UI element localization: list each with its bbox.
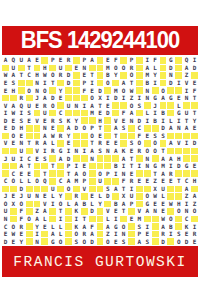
- letter-cell: V: [2, 102, 9, 109]
- letter-cell: G: [152, 95, 159, 102]
- letter-cell: D: [73, 125, 80, 132]
- letter-cell: N: [183, 95, 190, 102]
- block-cell: [175, 72, 182, 79]
- letter-cell: I: [41, 148, 48, 155]
- letter-cell: D: [97, 87, 104, 94]
- block-cell: [73, 140, 80, 147]
- letter-cell: A: [167, 140, 174, 147]
- block-cell: [144, 186, 151, 193]
- letter-cell: S: [73, 238, 80, 245]
- letter-cell: U: [97, 178, 104, 185]
- letter-cell: N: [144, 87, 151, 94]
- block-cell: [89, 65, 96, 72]
- letter-cell: F: [89, 223, 96, 230]
- block-cell: [81, 193, 88, 200]
- block-cell: [128, 231, 135, 238]
- letter-cell: S: [144, 238, 151, 245]
- block-cell: [136, 80, 143, 87]
- letter-cell: E: [26, 170, 33, 177]
- block-cell: [152, 87, 159, 94]
- letter-cell: D: [18, 186, 25, 193]
- letter-cell: T: [128, 163, 135, 170]
- letter-cell: I: [167, 163, 174, 170]
- block-cell: [191, 216, 198, 223]
- block-cell: [128, 208, 135, 215]
- letter-cell: A: [34, 216, 41, 223]
- letter-cell: L: [104, 216, 111, 223]
- letter-cell: O: [152, 140, 159, 147]
- block-cell: [65, 223, 72, 230]
- block-cell: [10, 163, 17, 170]
- letter-cell: N: [41, 125, 48, 132]
- block-cell: [167, 102, 174, 109]
- letter-cell: N: [73, 102, 80, 109]
- letter-cell: L: [57, 223, 64, 230]
- block-cell: [183, 133, 190, 140]
- block-cell: [167, 193, 174, 200]
- letter-cell: I: [120, 95, 127, 102]
- block-cell: [49, 87, 56, 94]
- block-cell: [18, 87, 25, 94]
- letter-cell: Z: [34, 208, 41, 215]
- letter-cell: O: [120, 223, 127, 230]
- letter-cell: R: [160, 231, 167, 238]
- letter-cell: L: [167, 117, 174, 124]
- block-cell: [152, 223, 159, 230]
- letter-cell: P: [65, 163, 72, 170]
- block-cell: [89, 117, 96, 124]
- letter-cell: E: [97, 133, 104, 140]
- letter-cell: E: [112, 238, 119, 245]
- letter-cell: R: [73, 193, 80, 200]
- letter-cell: F: [112, 57, 119, 64]
- letter-cell: I: [136, 163, 143, 170]
- letter-cell: D: [136, 117, 143, 124]
- block-cell: [120, 216, 127, 223]
- letter-cell: D: [65, 80, 72, 87]
- letter-cell: E: [191, 238, 198, 245]
- block-cell: [57, 170, 64, 177]
- letter-cell: Y: [34, 223, 41, 230]
- letter-cell: X: [120, 193, 127, 200]
- letter-cell: A: [10, 102, 17, 109]
- block-cell: [97, 223, 104, 230]
- block-cell: [65, 231, 72, 238]
- letter-cell: E: [128, 170, 135, 177]
- letter-cell: N: [2, 216, 9, 223]
- letter-cell: A: [89, 231, 96, 238]
- letter-cell: N: [128, 117, 135, 124]
- block-cell: [18, 80, 25, 87]
- letter-cell: F: [191, 87, 198, 94]
- letter-cell: U: [57, 65, 64, 72]
- block-cell: [128, 125, 135, 132]
- letter-cell: D: [89, 208, 96, 215]
- letter-cell: R: [34, 140, 41, 147]
- letter-cell: E: [2, 87, 9, 94]
- letter-cell: W: [10, 110, 17, 117]
- letter-cell: D: [183, 238, 190, 245]
- block-cell: [34, 186, 41, 193]
- letter-cell: T: [49, 163, 56, 170]
- letter-cell: T: [128, 80, 135, 87]
- letter-cell: L: [49, 140, 56, 147]
- letter-cell: O: [167, 216, 174, 223]
- block-cell: [152, 231, 159, 238]
- letter-cell: H: [191, 178, 198, 185]
- letter-cell: U: [18, 57, 25, 64]
- letter-cell: A: [41, 140, 48, 147]
- letter-cell: O: [120, 65, 127, 72]
- letter-cell: C: [26, 155, 33, 162]
- letter-cell: A: [183, 65, 190, 72]
- block-cell: [97, 155, 104, 162]
- letter-cell: N: [144, 155, 151, 162]
- letter-cell: L: [26, 178, 33, 185]
- letter-cell: A: [41, 133, 48, 140]
- letter-cell: U: [18, 148, 25, 155]
- letter-cell: M: [136, 216, 143, 223]
- block-cell: [104, 201, 111, 208]
- letter-cell: E: [73, 65, 80, 72]
- letter-cell: I: [57, 216, 64, 223]
- letter-cell: P: [81, 80, 88, 87]
- letter-cell: I: [167, 231, 174, 238]
- letter-cell: B: [112, 201, 119, 208]
- block-cell: [136, 87, 143, 94]
- block-cell: [57, 80, 64, 87]
- block-cell: [152, 216, 159, 223]
- block-cell: [57, 186, 64, 193]
- block-cell: [73, 186, 80, 193]
- letter-cell: S: [41, 155, 48, 162]
- letter-cell: O: [104, 80, 111, 87]
- letter-cell: S: [136, 223, 143, 230]
- letter-cell: E: [191, 80, 198, 87]
- letter-cell: V: [81, 186, 88, 193]
- letter-cell: T: [89, 72, 96, 79]
- block-cell: [144, 125, 151, 132]
- letter-cell: G: [112, 223, 119, 230]
- letter-cell: A: [73, 170, 80, 177]
- block-cell: [120, 140, 127, 147]
- letter-cell: M: [112, 87, 119, 94]
- letter-cell: G: [167, 57, 174, 64]
- letter-cell: F: [120, 178, 127, 185]
- letter-cell: A: [73, 201, 80, 208]
- letter-cell: I: [104, 95, 111, 102]
- letter-cell: T: [191, 95, 198, 102]
- block-cell: [112, 155, 119, 162]
- block-cell: [136, 170, 143, 177]
- letter-cell: E: [191, 125, 198, 132]
- letter-cell: J: [2, 155, 9, 162]
- block-cell: [81, 208, 88, 215]
- letter-cell: S: [128, 140, 135, 147]
- letter-cell: I: [2, 110, 9, 117]
- block-cell: [160, 140, 167, 147]
- block-cell: [144, 170, 151, 177]
- letter-cell: D: [89, 238, 96, 245]
- block-cell: [18, 65, 25, 72]
- letter-cell: F: [152, 57, 159, 64]
- letter-cell: Y: [65, 133, 72, 140]
- letter-cell: S: [152, 133, 159, 140]
- letter-cell: G: [57, 148, 64, 155]
- letter-cell: K: [183, 223, 190, 230]
- block-cell: [144, 140, 151, 147]
- letter-cell: N: [183, 208, 190, 215]
- letter-cell: A: [65, 125, 72, 132]
- block-cell: [10, 216, 17, 223]
- block-cell: [97, 208, 104, 215]
- letter-cell: P: [136, 231, 143, 238]
- block-cell: [136, 201, 143, 208]
- block-cell: [73, 87, 80, 94]
- block-cell: [136, 57, 143, 64]
- letter-cell: E: [41, 117, 48, 124]
- letter-cell: W: [128, 87, 135, 94]
- letter-cell: O: [97, 170, 104, 177]
- letter-cell: A: [191, 193, 198, 200]
- book-cover: { "game": "crossword-style word-fill puz…: [0, 0, 200, 300]
- block-cell: [10, 208, 17, 215]
- letter-cell: I: [81, 102, 88, 109]
- block-cell: [89, 216, 96, 223]
- letter-cell: N: [144, 95, 151, 102]
- letter-cell: O: [49, 72, 56, 79]
- block-cell: [160, 65, 167, 72]
- letter-cell: G: [167, 95, 174, 102]
- letter-cell: H: [41, 65, 48, 72]
- letter-cell: D: [104, 110, 111, 117]
- letter-cell: G: [183, 163, 190, 170]
- letter-cell: O: [10, 133, 17, 140]
- letter-cell: K: [73, 223, 80, 230]
- letter-cell: I: [183, 140, 190, 147]
- letter-cell: I: [49, 201, 56, 208]
- letter-cell: N: [18, 140, 25, 147]
- letter-cell: T: [128, 155, 135, 162]
- block-cell: [152, 238, 159, 245]
- block-cell: [81, 155, 88, 162]
- letter-cell: X: [97, 95, 104, 102]
- block-cell: [34, 170, 41, 177]
- letter-cell: I: [112, 231, 119, 238]
- block-cell: [26, 95, 33, 102]
- block-cell: [167, 148, 174, 155]
- block-cell: [73, 155, 80, 162]
- block-cell: [2, 95, 9, 102]
- block-cell: [89, 170, 96, 177]
- letter-cell: Q: [18, 102, 25, 109]
- letter-cell: A: [160, 155, 167, 162]
- letter-cell: I: [128, 186, 135, 193]
- letter-cell: I: [18, 110, 25, 117]
- letter-cell: E: [112, 208, 119, 215]
- letter-cell: I: [175, 80, 182, 87]
- letter-cell: O: [81, 238, 88, 245]
- block-cell: [152, 155, 159, 162]
- letter-cell: S: [57, 117, 64, 124]
- letter-cell: V: [104, 208, 111, 215]
- block-cell: [26, 231, 33, 238]
- letter-cell: G: [152, 163, 159, 170]
- letter-cell: N: [89, 155, 96, 162]
- block-cell: [175, 186, 182, 193]
- letter-cell: N: [81, 65, 88, 72]
- letter-cell: A: [89, 148, 96, 155]
- letter-cell: N: [152, 208, 159, 215]
- letter-cell: T: [26, 163, 33, 170]
- block-cell: [26, 208, 33, 215]
- letter-cell: E: [41, 223, 48, 230]
- block-cell: [128, 238, 135, 245]
- letter-cell: D: [65, 72, 72, 79]
- letter-cell: V: [112, 117, 119, 124]
- letter-cell: N: [120, 231, 127, 238]
- letter-cell: A: [160, 223, 167, 230]
- letter-cell: P: [81, 178, 88, 185]
- letter-cell: D: [175, 163, 182, 170]
- letter-cell: Y: [57, 87, 64, 94]
- letter-cell: I: [191, 223, 198, 230]
- block-cell: [81, 95, 88, 102]
- letter-cell: T: [120, 208, 127, 215]
- letter-cell: F: [18, 216, 25, 223]
- letter-cell: O: [144, 193, 151, 200]
- letter-cell: I: [144, 117, 151, 124]
- letter-cell: F: [18, 208, 25, 215]
- block-cell: [26, 223, 33, 230]
- letter-cell: N: [34, 238, 41, 245]
- letter-cell: E: [10, 117, 17, 124]
- letter-cell: E: [144, 178, 151, 185]
- block-cell: [57, 102, 64, 109]
- letter-cell: H: [175, 201, 182, 208]
- block-cell: [112, 102, 119, 109]
- block-cell: [104, 178, 111, 185]
- letter-cell: L: [152, 65, 159, 72]
- letter-cell: Y: [57, 193, 64, 200]
- block-cell: [34, 65, 41, 72]
- block-cell: [81, 133, 88, 140]
- block-cell: [191, 102, 198, 109]
- block-cell: [136, 155, 143, 162]
- letter-cell: T: [152, 170, 159, 177]
- letter-cell: I: [144, 57, 151, 64]
- block-cell: [104, 133, 111, 140]
- letter-cell: E: [34, 57, 41, 64]
- letter-cell: J: [34, 95, 41, 102]
- letter-cell: I: [183, 87, 190, 94]
- letter-cell: L: [49, 223, 56, 230]
- letter-cell: Y: [191, 117, 198, 124]
- letter-cell: G: [49, 238, 56, 245]
- letter-cell: A: [136, 238, 143, 245]
- letter-cell: E: [34, 155, 41, 162]
- author-banner: FRANCIS GURTOWSKI: [2, 246, 198, 277]
- letter-cell: E: [160, 178, 167, 185]
- letter-cell: G: [175, 110, 182, 117]
- letter-cell: U: [10, 65, 17, 72]
- letter-cell: O: [89, 95, 96, 102]
- block-cell: [104, 155, 111, 162]
- letter-cell: U: [128, 193, 135, 200]
- letter-cell: I: [73, 163, 80, 170]
- letter-cell: A: [2, 57, 9, 64]
- letter-cell: U: [26, 193, 33, 200]
- block-cell: [49, 178, 56, 185]
- block-cell: [65, 193, 72, 200]
- letter-cell: O: [57, 238, 64, 245]
- block-cell: [144, 216, 151, 223]
- letter-cell: E: [41, 193, 48, 200]
- letter-cell: H: [97, 117, 104, 124]
- letter-cell: A: [18, 163, 25, 170]
- letter-cell: Y: [112, 72, 119, 79]
- letter-cell: E: [183, 231, 190, 238]
- block-cell: [97, 216, 104, 223]
- letter-cell: S: [120, 238, 127, 245]
- letter-cell: Y: [73, 117, 80, 124]
- book-title: BFS 1429244100: [21, 27, 179, 54]
- letter-cell: T: [97, 102, 104, 109]
- block-cell: [97, 57, 104, 64]
- letter-cell: C: [57, 178, 64, 185]
- letter-cell: O: [41, 87, 48, 94]
- letter-cell: R: [57, 133, 64, 140]
- letter-cell: U: [10, 155, 17, 162]
- block-cell: [57, 125, 64, 132]
- letter-cell: S: [120, 125, 127, 132]
- letter-cell: T: [26, 140, 33, 147]
- block-cell: [65, 238, 72, 245]
- letter-cell: A: [57, 155, 64, 162]
- letter-cell: K: [120, 148, 127, 155]
- block-cell: [167, 87, 174, 94]
- block-cell: [2, 163, 9, 170]
- letter-cell: F: [81, 87, 88, 94]
- letter-cell: O: [10, 223, 17, 230]
- letter-cell: T: [160, 148, 167, 155]
- block-cell: [120, 57, 127, 64]
- letter-cell: R: [18, 223, 25, 230]
- block-cell: [104, 87, 111, 94]
- letter-cell: M: [144, 72, 151, 79]
- block-cell: [136, 72, 143, 79]
- letter-cell: I: [144, 223, 151, 230]
- letter-cell: A: [183, 125, 190, 132]
- letter-cell: W: [41, 72, 48, 79]
- block-cell: [167, 208, 174, 215]
- block-cell: [81, 140, 88, 147]
- block-cell: [104, 125, 111, 132]
- letter-cell: I: [183, 201, 190, 208]
- block-cell: [49, 170, 56, 177]
- block-cell: [26, 201, 33, 208]
- letter-cell: W: [10, 231, 17, 238]
- letter-cell: I: [34, 231, 41, 238]
- block-cell: [10, 148, 17, 155]
- letter-cell: W: [167, 201, 174, 208]
- letter-cell: A: [120, 201, 127, 208]
- letter-cell: E: [10, 193, 17, 200]
- block-cell: [49, 155, 56, 162]
- letter-cell: D: [167, 65, 174, 72]
- block-cell: [26, 125, 33, 132]
- letter-cell: C: [2, 178, 9, 185]
